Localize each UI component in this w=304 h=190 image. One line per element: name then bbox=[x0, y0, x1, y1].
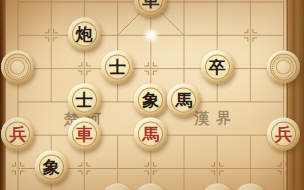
piece-unknown-unknown[interactable] bbox=[101, 184, 134, 190]
piece-character: 馬 bbox=[167, 84, 200, 117]
board-grid: 車炮士卒士象馬兵車馬兵象 bbox=[1, 0, 300, 190]
piece-red-chariot[interactable]: 車 bbox=[68, 117, 101, 150]
piece-character: 士 bbox=[101, 51, 134, 84]
piece-wood-disc bbox=[101, 184, 134, 190]
xiangqi-board: 楚河 漢界 車炮士卒士象馬兵車馬兵象 bbox=[0, 0, 304, 190]
piece-character: 象 bbox=[35, 150, 68, 183]
piece-character: 象 bbox=[134, 84, 167, 117]
piece-wood-disc bbox=[201, 184, 234, 190]
piece-character: 炮 bbox=[68, 17, 101, 50]
piece-character: 卒 bbox=[201, 51, 234, 84]
piece-wood-disc bbox=[234, 184, 267, 190]
piece-unknown-hidden[interactable] bbox=[1, 51, 34, 84]
piece-unknown-unknown[interactable] bbox=[134, 184, 167, 190]
piece-black-advisor[interactable]: 士 bbox=[68, 84, 101, 117]
piece-unknown-hidden[interactable] bbox=[267, 51, 300, 84]
piece-black-soldier[interactable]: 卒 bbox=[201, 51, 234, 84]
piece-unknown-unknown[interactable] bbox=[234, 184, 267, 190]
piece-character: 車 bbox=[68, 117, 101, 150]
piece-character: 兵 bbox=[1, 117, 34, 150]
piece-red-soldier[interactable]: 兵 bbox=[1, 117, 34, 150]
piece-black-elephant[interactable]: 象 bbox=[35, 150, 68, 183]
piece-red-horse[interactable]: 馬 bbox=[134, 117, 167, 150]
piece-character: 馬 bbox=[134, 117, 167, 150]
piece-black-cannon[interactable]: 炮 bbox=[68, 17, 101, 50]
piece-black-horse[interactable]: 馬 bbox=[167, 84, 200, 117]
hidden-piece-core bbox=[10, 60, 25, 75]
piece-unknown-unknown[interactable] bbox=[201, 184, 234, 190]
hidden-piece-core bbox=[276, 60, 291, 75]
piece-wood-disc bbox=[134, 184, 167, 190]
piece-red-soldier[interactable]: 兵 bbox=[267, 117, 300, 150]
piece-character: 兵 bbox=[267, 117, 300, 150]
piece-black-elephant[interactable]: 象 bbox=[134, 84, 167, 117]
piece-black-chariot[interactable]: 車 bbox=[134, 0, 167, 17]
piece-character: 士 bbox=[68, 84, 101, 117]
piece-black-advisor[interactable]: 士 bbox=[101, 51, 134, 84]
piece-character: 車 bbox=[134, 0, 167, 17]
